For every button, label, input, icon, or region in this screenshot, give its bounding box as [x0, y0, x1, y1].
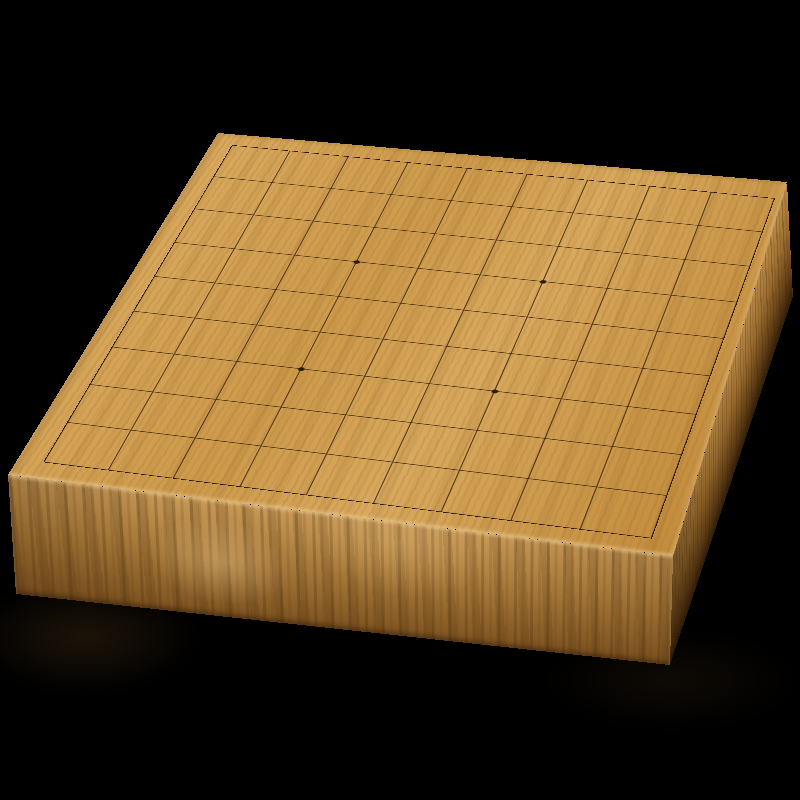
grid-cell [581, 487, 667, 538]
product-photo-stage [0, 0, 800, 800]
